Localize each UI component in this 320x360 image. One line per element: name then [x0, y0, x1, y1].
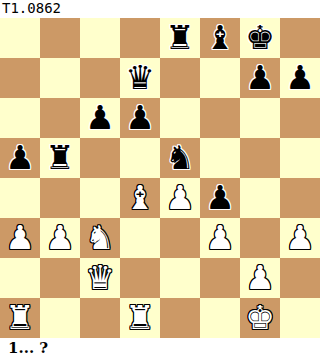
black-king-g8: ♚ — [240, 18, 280, 58]
square-c5[interactable] — [80, 138, 120, 178]
chess-board: ♜♝♚♛♟♟♟♟♟♜♞♝♟♟♟♟♞♟♟♛♟♜♜♚ — [0, 18, 320, 338]
black-pawn-h7: ♟ — [280, 58, 320, 98]
black-pawn-d6: ♟ — [120, 98, 160, 138]
black-rook-e8: ♜ — [160, 18, 200, 58]
square-a8[interactable] — [0, 18, 40, 58]
white-pawn-e4: ♟ — [160, 178, 200, 218]
chess-app-window: T1.0862 ♜♝♚♛♟♟♟♟♟♜♞♝♟♟♟♟♞♟♟♛♟♜♜♚ 1... ? — [0, 0, 320, 360]
square-c8[interactable] — [80, 18, 120, 58]
black-pawn-f4: ♟ — [200, 178, 240, 218]
square-e5[interactable]: ♞ — [160, 138, 200, 178]
black-rook-b5: ♜ — [40, 138, 80, 178]
square-g5[interactable] — [240, 138, 280, 178]
square-e3[interactable] — [160, 218, 200, 258]
square-b6[interactable] — [40, 98, 80, 138]
square-f6[interactable] — [200, 98, 240, 138]
white-pawn-f3: ♟ — [200, 218, 240, 258]
square-c1[interactable] — [80, 298, 120, 338]
square-c2[interactable]: ♛ — [80, 258, 120, 298]
square-b7[interactable] — [40, 58, 80, 98]
square-a3[interactable]: ♟ — [0, 218, 40, 258]
square-h8[interactable] — [280, 18, 320, 58]
square-h6[interactable] — [280, 98, 320, 138]
square-g2[interactable]: ♟ — [240, 258, 280, 298]
white-bishop-d4: ♝ — [120, 178, 160, 218]
square-h2[interactable] — [280, 258, 320, 298]
white-pawn-g2: ♟ — [240, 258, 280, 298]
move-prompt: 1... ? — [0, 338, 320, 360]
black-pawn-g7: ♟ — [240, 58, 280, 98]
square-f5[interactable] — [200, 138, 240, 178]
square-b8[interactable] — [40, 18, 80, 58]
black-knight-e5: ♞ — [160, 138, 200, 178]
square-d7[interactable]: ♛ — [120, 58, 160, 98]
square-e4[interactable]: ♟ — [160, 178, 200, 218]
black-bishop-f8: ♝ — [200, 18, 240, 58]
white-queen-c2: ♛ — [80, 258, 120, 298]
square-e2[interactable] — [160, 258, 200, 298]
square-c3[interactable]: ♞ — [80, 218, 120, 258]
square-b2[interactable] — [40, 258, 80, 298]
square-f7[interactable] — [200, 58, 240, 98]
square-e1[interactable] — [160, 298, 200, 338]
square-d2[interactable] — [120, 258, 160, 298]
square-a1[interactable]: ♜ — [0, 298, 40, 338]
square-c4[interactable] — [80, 178, 120, 218]
square-d5[interactable] — [120, 138, 160, 178]
square-e7[interactable] — [160, 58, 200, 98]
square-a5[interactable]: ♟ — [0, 138, 40, 178]
square-f2[interactable] — [200, 258, 240, 298]
square-h4[interactable] — [280, 178, 320, 218]
square-g8[interactable]: ♚ — [240, 18, 280, 58]
black-queen-d7: ♛ — [120, 58, 160, 98]
square-g1[interactable]: ♚ — [240, 298, 280, 338]
square-h1[interactable] — [280, 298, 320, 338]
square-d6[interactable]: ♟ — [120, 98, 160, 138]
square-b1[interactable] — [40, 298, 80, 338]
square-a7[interactable] — [0, 58, 40, 98]
square-c7[interactable] — [80, 58, 120, 98]
white-pawn-a3: ♟ — [0, 218, 40, 258]
square-h3[interactable]: ♟ — [280, 218, 320, 258]
square-d1[interactable]: ♜ — [120, 298, 160, 338]
square-a4[interactable] — [0, 178, 40, 218]
square-a6[interactable] — [0, 98, 40, 138]
square-g7[interactable]: ♟ — [240, 58, 280, 98]
square-c6[interactable]: ♟ — [80, 98, 120, 138]
square-f1[interactable] — [200, 298, 240, 338]
square-f3[interactable]: ♟ — [200, 218, 240, 258]
square-f8[interactable]: ♝ — [200, 18, 240, 58]
square-g4[interactable] — [240, 178, 280, 218]
square-d3[interactable] — [120, 218, 160, 258]
square-e8[interactable]: ♜ — [160, 18, 200, 58]
square-e6[interactable] — [160, 98, 200, 138]
square-h7[interactable]: ♟ — [280, 58, 320, 98]
white-knight-c3: ♞ — [80, 218, 120, 258]
white-rook-d1: ♜ — [120, 298, 160, 338]
white-pawn-b3: ♟ — [40, 218, 80, 258]
square-d8[interactable] — [120, 18, 160, 58]
square-a2[interactable] — [0, 258, 40, 298]
black-pawn-a5: ♟ — [0, 138, 40, 178]
square-g6[interactable] — [240, 98, 280, 138]
square-g3[interactable] — [240, 218, 280, 258]
white-king-g1: ♚ — [240, 298, 280, 338]
puzzle-title: T1.0862 — [0, 0, 320, 18]
square-h5[interactable] — [280, 138, 320, 178]
square-b5[interactable]: ♜ — [40, 138, 80, 178]
square-f4[interactable]: ♟ — [200, 178, 240, 218]
white-rook-a1: ♜ — [0, 298, 40, 338]
black-pawn-c6: ♟ — [80, 98, 120, 138]
square-d4[interactable]: ♝ — [120, 178, 160, 218]
white-pawn-h3: ♟ — [280, 218, 320, 258]
square-b3[interactable]: ♟ — [40, 218, 80, 258]
square-b4[interactable] — [40, 178, 80, 218]
